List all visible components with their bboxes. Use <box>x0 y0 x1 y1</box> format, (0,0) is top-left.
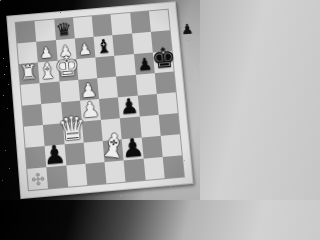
square-r3c1 <box>40 82 61 105</box>
square-r6c0 <box>26 146 47 169</box>
square-r3c3 <box>78 78 99 101</box>
square-r2c4 <box>95 56 116 78</box>
square-r5c4 <box>101 118 122 141</box>
photo-root: { "game": "chess", "scene": { "descripti… <box>0 0 200 200</box>
square-r6c4 <box>103 139 124 162</box>
square-r0c4 <box>92 15 113 37</box>
square-r5c0 <box>24 125 45 148</box>
square-r6c3 <box>83 141 104 164</box>
square-r5c7 <box>158 113 179 136</box>
square-r0c7 <box>149 10 170 32</box>
square-r6c1 <box>45 144 66 167</box>
square-r6c2 <box>64 143 85 166</box>
square-r1c4 <box>94 35 115 57</box>
square-r4c7 <box>156 92 177 115</box>
square-r2c6 <box>134 52 155 74</box>
square-r5c2 <box>62 122 83 145</box>
square-r1c1 <box>36 40 57 62</box>
square-r0c6 <box>130 11 151 33</box>
square-r4c0 <box>22 104 43 127</box>
square-r1c2 <box>55 38 76 60</box>
square-r5c5 <box>120 117 141 140</box>
square-r0c0 <box>16 21 37 43</box>
square-r4c4 <box>99 97 120 120</box>
square-r3c7 <box>155 72 176 94</box>
square-r1c5 <box>113 34 134 56</box>
captured-black-pawn: ♟ <box>181 22 195 37</box>
square-r1c6 <box>132 32 153 54</box>
square-r2c7 <box>153 51 174 73</box>
square-r0c3 <box>73 16 94 38</box>
square-r1c0 <box>17 42 38 64</box>
square-r3c6 <box>135 73 156 95</box>
square-r3c2 <box>59 80 80 103</box>
square-r7c0 <box>27 167 48 190</box>
square-r2c5 <box>114 54 135 76</box>
square-r0c5 <box>111 13 132 35</box>
noise-speckles-left <box>0 0 1 1</box>
noise-speckles-right <box>0 0 1 1</box>
square-r2c1 <box>38 61 59 83</box>
square-r7c6 <box>143 157 164 180</box>
square-r2c2 <box>57 59 78 81</box>
square-r5c6 <box>139 115 160 138</box>
square-r4c2 <box>61 101 82 124</box>
board: ♛♟♟♟♝♜♝♚♟♚♟♟♟♛♟♝♟ <box>6 1 193 199</box>
square-r7c2 <box>66 164 87 187</box>
corner-rosette-icon <box>31 172 45 186</box>
square-r1c7 <box>151 30 172 52</box>
square-r5c1 <box>43 123 64 146</box>
square-r0c2 <box>54 18 75 40</box>
square-r3c0 <box>21 83 42 106</box>
square-r6c7 <box>160 134 181 157</box>
square-r3c4 <box>97 77 118 99</box>
square-r4c3 <box>80 99 101 122</box>
square-r7c3 <box>85 162 106 185</box>
square-r7c4 <box>105 160 126 183</box>
square-r1c3 <box>75 37 96 59</box>
square-r7c7 <box>162 155 183 178</box>
board-grid <box>15 9 185 192</box>
square-r4c6 <box>137 94 158 117</box>
square-r2c0 <box>19 62 40 84</box>
square-r4c5 <box>118 96 139 119</box>
square-r6c5 <box>122 138 143 161</box>
square-r3c5 <box>116 75 137 97</box>
square-r7c5 <box>124 159 145 182</box>
square-r0c1 <box>35 20 56 42</box>
square-r2c3 <box>76 57 97 79</box>
square-r7c1 <box>47 166 68 189</box>
square-r6c6 <box>141 136 162 159</box>
square-r5c3 <box>82 120 103 143</box>
board-frame: ♛♟♟♟♝♜♝♚♟♚♟♟♟♛♟♝♟ <box>6 1 193 199</box>
square-r4c1 <box>41 102 62 125</box>
